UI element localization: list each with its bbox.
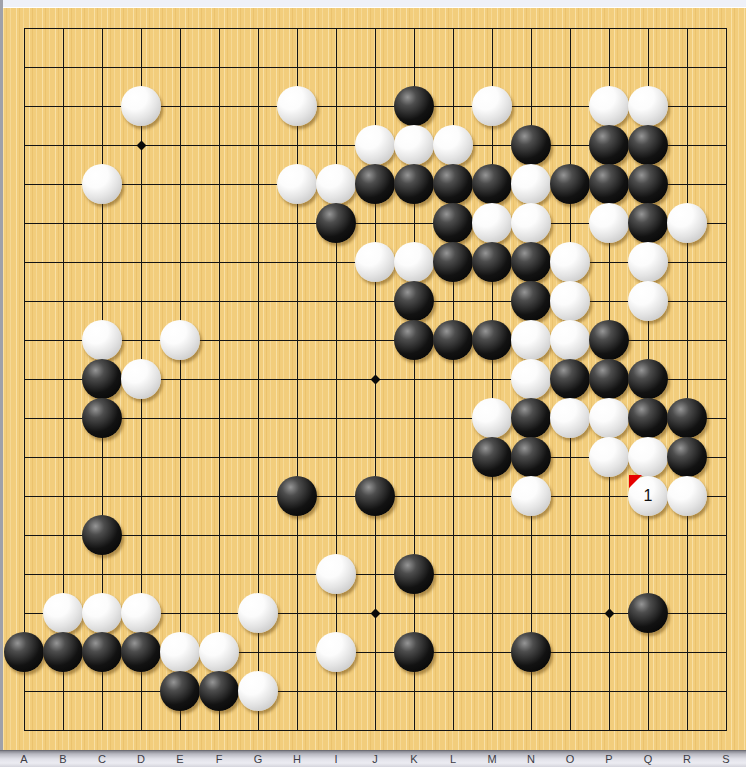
white-stone	[511, 476, 551, 516]
black-stone	[355, 164, 395, 204]
black-stone	[667, 398, 707, 438]
black-stone	[433, 242, 473, 282]
black-stone	[394, 320, 434, 360]
black-stone	[511, 437, 551, 477]
white-stone	[355, 125, 395, 165]
white-stone	[121, 593, 161, 633]
black-stone	[589, 164, 629, 204]
column-label: C	[98, 753, 106, 765]
black-stone	[550, 164, 590, 204]
black-stone	[355, 476, 395, 516]
black-stone	[628, 398, 668, 438]
black-stone	[589, 320, 629, 360]
column-label: L	[450, 753, 456, 765]
white-stone	[238, 593, 278, 633]
white-stone	[511, 164, 551, 204]
black-stone	[667, 437, 707, 477]
white-stone	[121, 86, 161, 126]
go-app-frame: 1 ABCDEFGHIJKLMNOPQRS	[0, 0, 746, 767]
white-stone	[589, 86, 629, 126]
column-label: O	[566, 753, 575, 765]
black-stone	[82, 359, 122, 399]
black-stone	[628, 359, 668, 399]
black-stone	[82, 515, 122, 555]
white-stone	[550, 242, 590, 282]
column-label: Q	[644, 753, 653, 765]
black-stone	[394, 632, 434, 672]
white-stone	[316, 164, 356, 204]
black-stone	[4, 632, 44, 672]
white-stone	[667, 476, 707, 516]
white-stone	[355, 242, 395, 282]
black-stone	[82, 632, 122, 672]
column-label: G	[254, 753, 263, 765]
white-stone	[472, 203, 512, 243]
white-stone	[160, 320, 200, 360]
column-label: M	[487, 753, 496, 765]
white-stone	[199, 632, 239, 672]
column-label: D	[137, 753, 145, 765]
black-stone	[628, 593, 668, 633]
black-stone	[628, 164, 668, 204]
column-label: J	[372, 753, 378, 765]
white-stone	[433, 125, 473, 165]
black-stone	[43, 632, 83, 672]
black-stone	[394, 86, 434, 126]
white-stone	[394, 125, 434, 165]
black-stone	[160, 671, 200, 711]
white-stone	[511, 320, 551, 360]
white-stone	[277, 164, 317, 204]
column-label: F	[216, 753, 223, 765]
black-stone	[472, 242, 512, 282]
white-stone	[511, 359, 551, 399]
white-stone	[82, 593, 122, 633]
white-stone	[82, 164, 122, 204]
white-stone	[43, 593, 83, 633]
column-label: K	[410, 753, 417, 765]
black-stone	[199, 671, 239, 711]
window-top-strip	[0, 0, 746, 8]
black-stone	[511, 281, 551, 321]
column-label: N	[527, 753, 535, 765]
white-stone	[589, 398, 629, 438]
column-label: B	[59, 753, 66, 765]
black-stone	[511, 242, 551, 282]
black-stone	[433, 320, 473, 360]
black-stone	[550, 359, 590, 399]
white-stone	[316, 632, 356, 672]
white-stone	[160, 632, 200, 672]
black-stone	[277, 476, 317, 516]
white-stone	[82, 320, 122, 360]
column-label: I	[334, 753, 337, 765]
black-stone	[82, 398, 122, 438]
column-label: S	[722, 753, 729, 765]
column-label: H	[293, 753, 301, 765]
white-stone	[238, 671, 278, 711]
go-board[interactable]: 1	[3, 8, 746, 750]
white-stone	[628, 281, 668, 321]
white-stone	[628, 242, 668, 282]
black-stone	[433, 164, 473, 204]
black-stone	[394, 554, 434, 594]
white-stone	[550, 398, 590, 438]
black-stone	[472, 320, 512, 360]
white-stone	[511, 203, 551, 243]
black-stone	[433, 203, 473, 243]
white-stone	[277, 86, 317, 126]
white-stone	[472, 86, 512, 126]
white-stone	[667, 203, 707, 243]
white-stone	[628, 437, 668, 477]
black-stone	[394, 281, 434, 321]
window-left-edge	[0, 0, 3, 750]
white-stone	[550, 281, 590, 321]
column-labels-strip: ABCDEFGHIJKLMNOPQRS	[0, 750, 746, 767]
black-stone	[589, 359, 629, 399]
column-label: P	[605, 753, 612, 765]
white-stone	[316, 554, 356, 594]
white-stone	[589, 203, 629, 243]
black-stone	[316, 203, 356, 243]
black-stone	[394, 164, 434, 204]
black-stone	[511, 125, 551, 165]
black-stone	[511, 398, 551, 438]
black-stone	[511, 632, 551, 672]
move-number-label: 1	[644, 488, 653, 504]
white-stone	[472, 398, 512, 438]
white-stone	[628, 86, 668, 126]
black-stone	[472, 437, 512, 477]
black-stone	[628, 125, 668, 165]
black-stone	[589, 125, 629, 165]
column-label: R	[683, 753, 691, 765]
white-stone	[394, 242, 434, 282]
white-stone	[550, 320, 590, 360]
black-stone	[628, 203, 668, 243]
white-stone	[121, 359, 161, 399]
black-stone	[472, 164, 512, 204]
white-stone	[589, 437, 629, 477]
column-label: A	[20, 753, 27, 765]
black-stone	[121, 632, 161, 672]
column-label: E	[176, 753, 183, 765]
